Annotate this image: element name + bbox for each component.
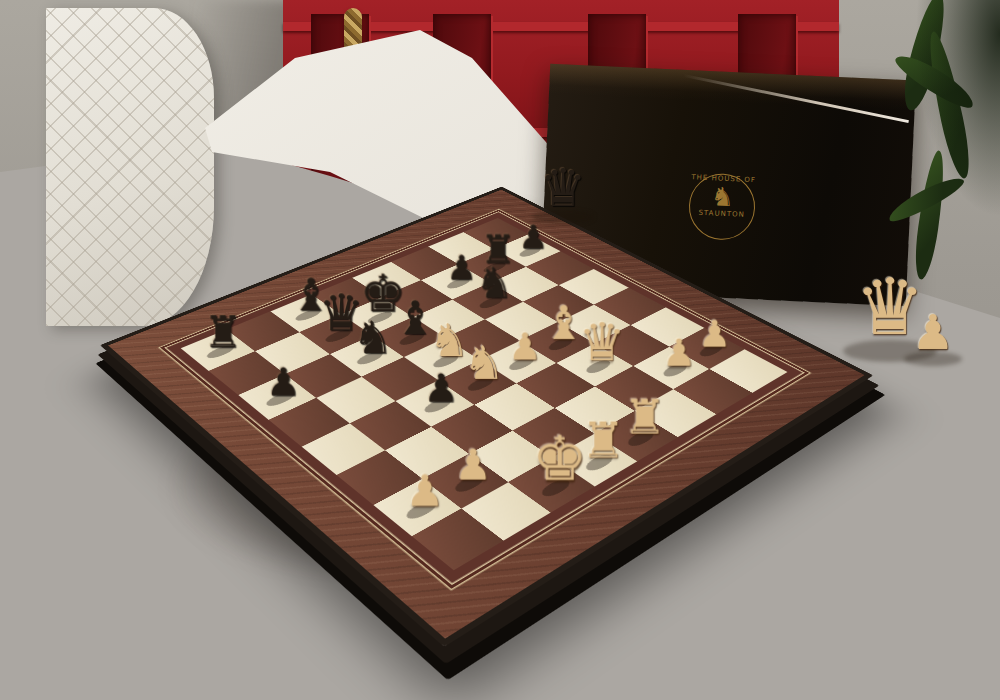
piece-black-r-a8[interactable]: ♜ xyxy=(189,310,257,354)
square-c6[interactable]: ♞ xyxy=(329,335,404,377)
piece-black-n-c6[interactable]: ♞ xyxy=(339,315,407,360)
extra-white-pawn[interactable]: ♟ xyxy=(909,308,957,700)
logo-knight-icon: ♞ xyxy=(690,182,755,211)
piece-black-p-c4[interactable]: ♟ xyxy=(406,369,478,408)
piece-white-p-g2[interactable]: ♟ xyxy=(645,334,714,372)
extra-black-queen[interactable]: ♛ xyxy=(537,162,589,700)
off-piece-shadow xyxy=(904,352,962,365)
off-piece-shadow xyxy=(532,210,594,225)
piece-black-p-a6[interactable]: ♟ xyxy=(247,362,318,401)
piece-black-n-f6[interactable]: ♞ xyxy=(462,262,526,304)
square-g2[interactable]: ♟ xyxy=(633,346,710,389)
square-a8[interactable]: ♜ xyxy=(181,330,255,371)
logo-text-bottom: STAUNTON xyxy=(689,208,753,220)
quilted-chair-back xyxy=(46,8,214,326)
house-of-staunton-logo: THE HOUSE OF ♞ STAUNTON xyxy=(688,172,757,241)
piece-white-p-a2[interactable]: ♟ xyxy=(385,469,465,512)
photo-scene: THE HOUSE OF ♞ STAUNTON ♜♝♛♚♟♜♟♟♞♝♞♞♟♞♟♝… xyxy=(0,0,1000,700)
